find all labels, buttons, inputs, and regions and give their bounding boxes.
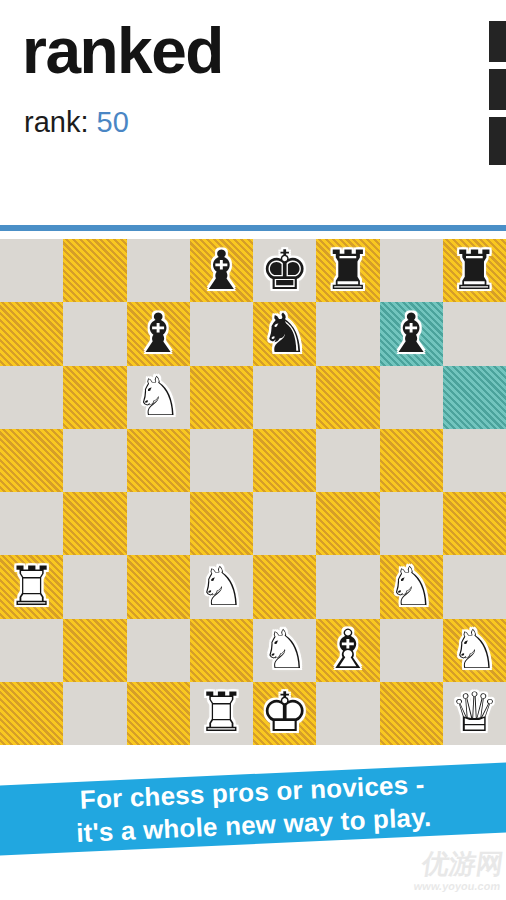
black-bishop: ♝ [190,239,253,302]
square-d8[interactable]: ♝ [190,239,253,302]
square-a7[interactable] [0,302,63,365]
menu-bar [489,69,506,110]
white-knight: ♞ [380,555,443,618]
black-bishop: ♝ [380,302,443,365]
white-rook: ♜ [190,682,253,745]
square-h2[interactable]: ♞♘ [443,619,506,682]
promo-banner: For chess pros or novices - it's a whole… [0,762,506,856]
square-d5[interactable] [190,429,253,492]
square-h7[interactable] [443,302,506,365]
square-a4[interactable] [0,492,63,555]
square-g6[interactable] [380,366,443,429]
black-king: ♚ [253,239,316,302]
header: ranked rank: 50 [0,0,506,225]
white-rook-outline: ♖ [0,555,63,618]
menu-bar [489,21,506,62]
white-knight: ♞ [253,619,316,682]
rank-display: rank: 50 [24,106,129,139]
white-queen-outline: ♕ [443,682,506,745]
square-h8[interactable]: ♜ [443,239,506,302]
square-f2[interactable]: ♝♗ [316,619,379,682]
square-b2[interactable] [63,619,126,682]
black-rook: ♜ [443,239,506,302]
square-c5[interactable] [127,429,190,492]
square-f8[interactable]: ♜ [316,239,379,302]
square-c3[interactable] [127,555,190,618]
watermark-url: www.yoyou.com [413,880,501,892]
square-e5[interactable] [253,429,316,492]
rank-value: 50 [97,106,129,138]
square-d1[interactable]: ♜♖ [190,682,253,745]
hamburger-menu-icon[interactable] [489,21,506,172]
square-a6[interactable] [0,366,63,429]
square-h4[interactable] [443,492,506,555]
white-knight: ♞ [443,619,506,682]
square-f6[interactable] [316,366,379,429]
square-b7[interactable] [63,302,126,365]
square-e6[interactable] [253,366,316,429]
square-g3[interactable]: ♞♘ [380,555,443,618]
square-g1[interactable] [380,682,443,745]
square-f7[interactable] [316,302,379,365]
rank-label: rank: [24,106,88,138]
square-e8[interactable]: ♚ [253,239,316,302]
white-bishop: ♝ [316,619,379,682]
square-f4[interactable] [316,492,379,555]
chess-board: ♝♚♜♜♝♞♝♞♘♜♖♞♘♞♘♞♘♝♗♞♘♜♖♚♔♛♕ [0,239,506,745]
white-knight-outline: ♘ [253,619,316,682]
white-knight-outline: ♘ [443,619,506,682]
square-b6[interactable] [63,366,126,429]
square-a3[interactable]: ♜♖ [0,555,63,618]
square-f1[interactable] [316,682,379,745]
white-queen: ♛ [443,682,506,745]
square-d2[interactable] [190,619,253,682]
square-c4[interactable] [127,492,190,555]
menu-bar [489,117,506,165]
white-knight: ♞ [190,555,253,618]
square-g2[interactable] [380,619,443,682]
square-a5[interactable] [0,429,63,492]
square-a1[interactable] [0,682,63,745]
square-h6[interactable] [443,366,506,429]
square-h1[interactable]: ♛♕ [443,682,506,745]
square-b1[interactable] [63,682,126,745]
square-b3[interactable] [63,555,126,618]
black-bishop: ♝ [127,302,190,365]
square-a2[interactable] [0,619,63,682]
square-h3[interactable] [443,555,506,618]
watermark: 优游网 www.yoyou.com [413,850,505,892]
square-g4[interactable] [380,492,443,555]
square-e2[interactable]: ♞♘ [253,619,316,682]
white-bishop-outline: ♗ [316,619,379,682]
square-f3[interactable] [316,555,379,618]
white-king: ♚ [253,682,316,745]
square-c8[interactable] [127,239,190,302]
square-f5[interactable] [316,429,379,492]
white-knight-outline: ♘ [380,555,443,618]
watermark-text: 优游网 [414,850,505,880]
white-king-outline: ♔ [253,682,316,745]
square-d7[interactable] [190,302,253,365]
square-c2[interactable] [127,619,190,682]
white-rook: ♜ [0,555,63,618]
square-e1[interactable]: ♚♔ [253,682,316,745]
square-c6[interactable]: ♞♘ [127,366,190,429]
square-g7[interactable]: ♝ [380,302,443,365]
square-g5[interactable] [380,429,443,492]
square-b4[interactable] [63,492,126,555]
square-a8[interactable] [0,239,63,302]
square-d3[interactable]: ♞♘ [190,555,253,618]
square-c1[interactable] [127,682,190,745]
white-knight-outline: ♘ [190,555,253,618]
header-divider [0,225,506,231]
square-c7[interactable]: ♝ [127,302,190,365]
square-e7[interactable]: ♞ [253,302,316,365]
square-e3[interactable] [253,555,316,618]
white-knight: ♞ [127,366,190,429]
square-h5[interactable] [443,429,506,492]
square-d4[interactable] [190,492,253,555]
white-knight-outline: ♘ [127,366,190,429]
black-rook: ♜ [316,239,379,302]
square-g8[interactable] [380,239,443,302]
white-rook-outline: ♖ [190,682,253,745]
square-d6[interactable] [190,366,253,429]
square-e4[interactable] [253,492,316,555]
page-title: ranked [22,14,223,88]
square-b5[interactable] [63,429,126,492]
black-knight: ♞ [253,302,316,365]
square-b8[interactable] [63,239,126,302]
